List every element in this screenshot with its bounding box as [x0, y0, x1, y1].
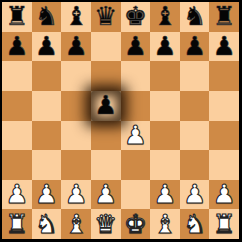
- piece-black-pawn[interactable]: ♟: [5, 32, 28, 61]
- square-b7[interactable]: ♟: [32, 32, 62, 62]
- piece-black-pawn[interactable]: ♟: [153, 32, 176, 61]
- piece-black-king[interactable]: ♚: [124, 2, 147, 31]
- square-e3[interactable]: [121, 150, 151, 180]
- square-e1[interactable]: ♚: [121, 209, 151, 239]
- piece-white-bishop[interactable]: ♝: [153, 210, 176, 239]
- square-f8[interactable]: ♝: [150, 2, 180, 32]
- square-c4[interactable]: [61, 121, 91, 151]
- square-d4[interactable]: [91, 121, 121, 151]
- square-a3[interactable]: [2, 150, 32, 180]
- square-e4[interactable]: ♟: [121, 121, 151, 151]
- square-h4[interactable]: [209, 121, 239, 151]
- chess-board-frame: ♜♞♝♛♚♝♞♜♟♟♟♟♟♟♟♟♟♟♟♟♟♟♟♟♜♞♝♛♚♝♞♜: [0, 0, 242, 242]
- piece-black-bishop[interactable]: ♝: [153, 2, 176, 31]
- square-g2[interactable]: ♟: [180, 180, 210, 210]
- square-f5[interactable]: [150, 91, 180, 121]
- square-a8[interactable]: ♜: [2, 2, 32, 32]
- square-b2[interactable]: ♟: [32, 180, 62, 210]
- square-g5[interactable]: [180, 91, 210, 121]
- square-a2[interactable]: ♟: [2, 180, 32, 210]
- piece-white-knight[interactable]: ♞: [183, 210, 206, 239]
- piece-white-pawn[interactable]: ♟: [213, 180, 236, 209]
- square-a6[interactable]: [2, 61, 32, 91]
- square-h3[interactable]: [209, 150, 239, 180]
- square-h2[interactable]: ♟: [209, 180, 239, 210]
- square-e2[interactable]: [121, 180, 151, 210]
- square-h7[interactable]: ♟: [209, 32, 239, 62]
- square-a4[interactable]: [2, 121, 32, 151]
- square-c8[interactable]: ♝: [61, 2, 91, 32]
- piece-black-pawn[interactable]: ♟: [64, 32, 87, 61]
- piece-white-knight[interactable]: ♞: [35, 210, 58, 239]
- square-c2[interactable]: ♟: [61, 180, 91, 210]
- piece-white-rook[interactable]: ♜: [213, 210, 236, 239]
- square-d6[interactable]: [91, 61, 121, 91]
- square-f3[interactable]: [150, 150, 180, 180]
- piece-black-knight[interactable]: ♞: [35, 2, 58, 31]
- piece-white-pawn[interactable]: ♟: [5, 180, 28, 209]
- square-c6[interactable]: [61, 61, 91, 91]
- square-f7[interactable]: ♟: [150, 32, 180, 62]
- square-d5[interactable]: ♟: [91, 91, 121, 121]
- square-e6[interactable]: [121, 61, 151, 91]
- square-c1[interactable]: ♝: [61, 209, 91, 239]
- square-g1[interactable]: ♞: [180, 209, 210, 239]
- square-c3[interactable]: [61, 150, 91, 180]
- square-e7[interactable]: ♟: [121, 32, 151, 62]
- square-b1[interactable]: ♞: [32, 209, 62, 239]
- square-g6[interactable]: [180, 61, 210, 91]
- square-b5[interactable]: [32, 91, 62, 121]
- piece-black-pawn[interactable]: ♟: [124, 32, 147, 61]
- square-h1[interactable]: ♜: [209, 209, 239, 239]
- square-f6[interactable]: [150, 61, 180, 91]
- square-d3[interactable]: [91, 150, 121, 180]
- piece-black-bishop[interactable]: ♝: [64, 2, 87, 31]
- piece-black-pawn[interactable]: ♟: [183, 32, 206, 61]
- piece-black-rook[interactable]: ♜: [5, 2, 28, 31]
- square-g4[interactable]: [180, 121, 210, 151]
- square-f2[interactable]: ♟: [150, 180, 180, 210]
- square-b8[interactable]: ♞: [32, 2, 62, 32]
- piece-white-pawn[interactable]: ♟: [183, 180, 206, 209]
- piece-black-knight[interactable]: ♞: [183, 2, 206, 31]
- piece-white-pawn[interactable]: ♟: [94, 180, 117, 209]
- square-f1[interactable]: ♝: [150, 209, 180, 239]
- piece-white-pawn[interactable]: ♟: [35, 180, 58, 209]
- square-c7[interactable]: ♟: [61, 32, 91, 62]
- piece-black-pawn[interactable]: ♟: [213, 32, 236, 61]
- square-h8[interactable]: ♜: [209, 2, 239, 32]
- piece-white-bishop[interactable]: ♝: [64, 210, 87, 239]
- piece-white-pawn[interactable]: ♟: [64, 180, 87, 209]
- piece-white-king[interactable]: ♚: [124, 210, 147, 239]
- piece-black-rook[interactable]: ♜: [213, 2, 236, 31]
- square-h5[interactable]: [209, 91, 239, 121]
- square-b6[interactable]: [32, 61, 62, 91]
- square-h6[interactable]: [209, 61, 239, 91]
- square-e5[interactable]: [121, 91, 151, 121]
- square-g7[interactable]: ♟: [180, 32, 210, 62]
- square-b3[interactable]: [32, 150, 62, 180]
- piece-white-rook[interactable]: ♜: [5, 210, 28, 239]
- piece-black-queen[interactable]: ♛: [94, 2, 117, 31]
- piece-black-pawn[interactable]: ♟: [94, 91, 117, 120]
- square-d7[interactable]: [91, 32, 121, 62]
- square-e8[interactable]: ♚: [121, 2, 151, 32]
- square-b4[interactable]: [32, 121, 62, 151]
- square-c5[interactable]: [61, 91, 91, 121]
- piece-white-queen[interactable]: ♛: [94, 210, 117, 239]
- square-a5[interactable]: [2, 91, 32, 121]
- square-a7[interactable]: ♟: [2, 32, 32, 62]
- square-d2[interactable]: ♟: [91, 180, 121, 210]
- piece-black-pawn[interactable]: ♟: [35, 32, 58, 61]
- square-g8[interactable]: ♞: [180, 2, 210, 32]
- square-f4[interactable]: [150, 121, 180, 151]
- square-g3[interactable]: [180, 150, 210, 180]
- piece-white-pawn[interactable]: ♟: [124, 121, 147, 150]
- chess-board: ♜♞♝♛♚♝♞♜♟♟♟♟♟♟♟♟♟♟♟♟♟♟♟♟♜♞♝♛♚♝♞♜: [2, 2, 239, 239]
- square-d8[interactable]: ♛: [91, 2, 121, 32]
- piece-white-pawn[interactable]: ♟: [153, 180, 176, 209]
- square-a1[interactable]: ♜: [2, 209, 32, 239]
- square-d1[interactable]: ♛: [91, 209, 121, 239]
